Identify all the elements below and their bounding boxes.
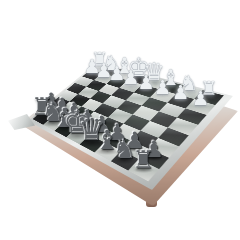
chess-set-photo: ♜♞♝♛♚♝♞♜♟♟♟♟♟♟♟♟♟♟♟♟♟♟♟♟♜♞♝♛♚♝♞♜ [0, 0, 240, 240]
chess-board [28, 62, 233, 190]
